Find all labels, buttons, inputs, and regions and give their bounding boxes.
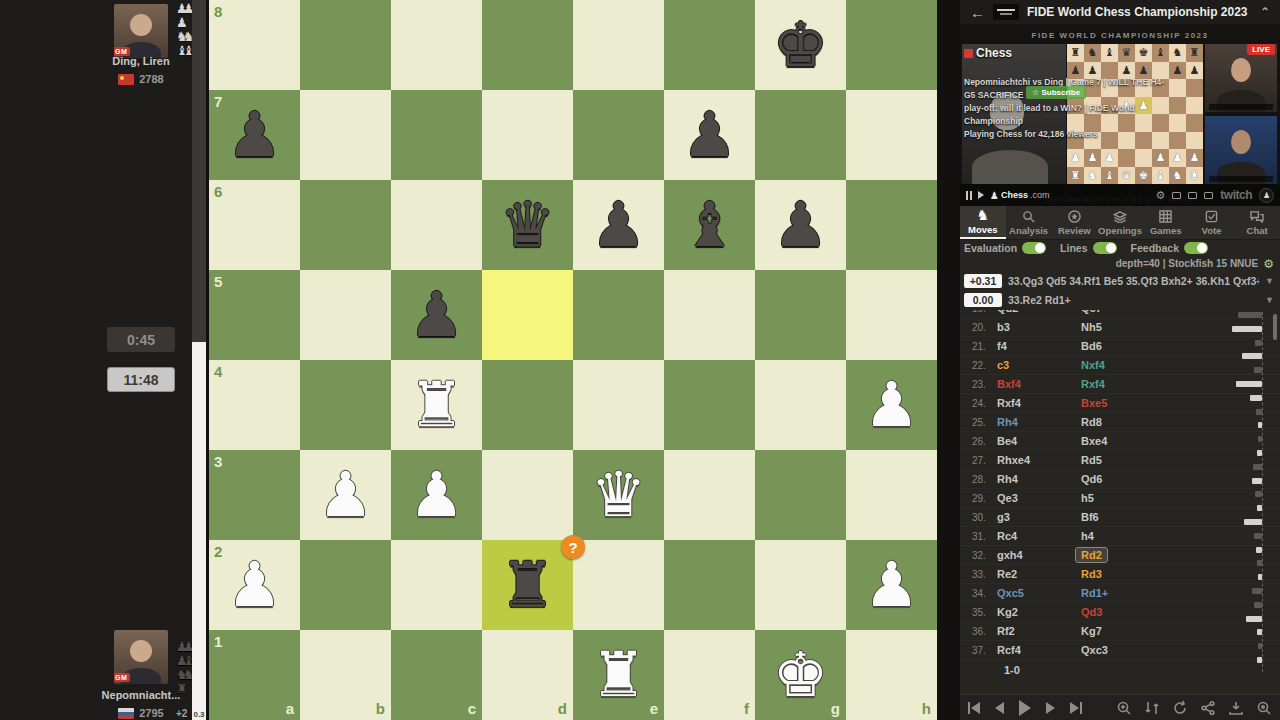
square-d3[interactable] (482, 450, 573, 540)
eval-graph-bar (1254, 367, 1262, 373)
eval-graph-bar (1252, 478, 1262, 484)
square-f8[interactable] (664, 0, 755, 90)
eval-graph-bar (1256, 547, 1262, 553)
move-number: 36. (960, 626, 992, 637)
clock-top: 0:45 (107, 327, 175, 352)
rank-label-4: 4 (214, 363, 222, 380)
toggle-row: Evaluation Lines Feedback (964, 240, 1280, 256)
move-number: 31. (960, 531, 992, 542)
move-white-Rcf4[interactable]: Rcf4 (992, 643, 1026, 657)
explore-icon[interactable] (1256, 700, 1272, 716)
rank-label-3: 3 (214, 453, 222, 470)
move-white-Rc4[interactable]: Rc4 (992, 529, 1022, 543)
eval-graph-bar (1250, 395, 1262, 401)
square-d4[interactable] (482, 360, 573, 450)
file-label-c: c (468, 700, 476, 717)
square-d5[interactable] (482, 270, 573, 360)
feedback-switch[interactable] (1184, 242, 1208, 254)
eval-score-1: +0.31 (964, 274, 1002, 288)
file-label-a: a (286, 700, 294, 717)
square-d6[interactable]: ♛ (482, 180, 573, 270)
white-rook-e1[interactable]: ♜ (573, 630, 664, 720)
square-e6[interactable]: ♟ (573, 180, 664, 270)
evaluation-bar: 0.3 (192, 0, 206, 720)
move-white-Qxc5[interactable]: Qxc5 (992, 586, 1029, 600)
chevron-down-icon[interactable]: ▼ (1265, 276, 1278, 286)
move-black-Rd5[interactable]: Rd5 (1076, 453, 1107, 467)
pause-icon[interactable] (966, 191, 972, 200)
black-king-g8[interactable]: ♚ (755, 0, 846, 90)
gm-badge-bottom: GM (114, 673, 130, 682)
square-b2[interactable] (300, 540, 391, 630)
webcam-column (1205, 44, 1277, 184)
square-c1[interactable]: c (391, 630, 482, 720)
stream-brand-logo: Chess (964, 46, 1012, 60)
tab-analysis[interactable]: Analysis (1006, 206, 1052, 239)
move-number: 19. (960, 310, 992, 314)
lines-switch[interactable] (1093, 242, 1117, 254)
square-g1[interactable]: g♚ (755, 630, 846, 720)
mistake-badge: ? (561, 535, 585, 559)
eval-graph-bar (1257, 505, 1262, 511)
white-pawn-h2[interactable]: ♟ (846, 540, 937, 630)
square-h1[interactable]: h (846, 630, 937, 720)
square-d8[interactable] (482, 0, 573, 90)
white-queen-e3[interactable]: ♛ (573, 450, 664, 540)
move-number: 23. (960, 379, 992, 390)
move-black-h4[interactable]: h4 (1076, 529, 1099, 543)
square-b5[interactable] (300, 270, 391, 360)
move-black-Rd1+[interactable]: Rd1+ (1076, 586, 1113, 600)
move-black-h5[interactable]: h5 (1076, 491, 1099, 505)
move-number: 20. (960, 322, 992, 333)
settings-gear-icon[interactable]: ⚙ (1155, 190, 1165, 201)
move-black-Rd2[interactable]: Rd2 (1076, 548, 1107, 562)
square-a1[interactable]: 1a (209, 630, 300, 720)
square-h3[interactable] (846, 450, 937, 540)
square-h7[interactable] (846, 90, 937, 180)
eval-graph-bar (1254, 533, 1262, 539)
file-label-d: d (558, 700, 567, 717)
move-black-Bxe5[interactable]: Bxe5 (1076, 396, 1112, 410)
theater-icon[interactable] (1188, 192, 1197, 199)
move-white-Be4[interactable]: Be4 (992, 434, 1022, 448)
square-c3[interactable]: ♟ (391, 450, 482, 540)
tab-moves[interactable]: ♞Moves (960, 206, 1006, 239)
square-h5[interactable] (846, 270, 937, 360)
square-e7[interactable] (573, 90, 664, 180)
square-f5[interactable] (664, 270, 755, 360)
move-white-Re2[interactable]: Re2 (992, 567, 1022, 581)
square-b1[interactable]: b (300, 630, 391, 720)
volume-icon[interactable] (978, 191, 984, 199)
engine-info: depth=40 | Stockfish 15 NNUE (1116, 258, 1259, 269)
rank-label-1: 1 (214, 633, 222, 650)
move-white-c3[interactable]: c3 (992, 358, 1014, 372)
black-pawn-c5[interactable]: ♟ (391, 270, 482, 360)
eval-moves-1: 33.Qg3 Qd5 34.Rf1 Be5 35.Qf3 Bxh2+ 36.Kh… (1008, 275, 1259, 287)
square-h6[interactable] (846, 180, 937, 270)
eval-moves-2: 33.Re2 Rd1+ (1008, 294, 1259, 306)
square-e8[interactable] (573, 0, 664, 90)
clock-bottom: 11:48 (107, 367, 175, 392)
square-c6[interactable] (391, 180, 482, 270)
move-black-Qc7[interactable]: Qc7 (1076, 310, 1107, 315)
right-panel: ← FIDE World Chess Championship 2023 ⌃ F… (960, 0, 1280, 720)
square-g8[interactable]: ♚ (755, 0, 846, 90)
zoom-in-icon[interactable] (1116, 700, 1132, 716)
move-white-g3[interactable]: g3 (992, 510, 1015, 524)
square-c5[interactable]: ♟ (391, 270, 482, 360)
square-e2[interactable] (573, 540, 664, 630)
move-number: 29. (960, 493, 992, 504)
black-rook-d2[interactable]: ♜ (482, 540, 573, 630)
stream-title: FIDE World Chess Championship 2023 (1027, 5, 1248, 19)
flag-cn-icon (118, 74, 134, 85)
engine-settings-gear-icon[interactable]: ⚙ (1263, 258, 1274, 270)
eval-graph-bar (1257, 450, 1262, 456)
black-pawn-a7[interactable]: ♟ (209, 90, 300, 180)
eval-graph-bar (1232, 326, 1262, 332)
move-number: 21. (960, 341, 992, 352)
toggle-lines[interactable]: Lines (1060, 242, 1116, 254)
square-e1[interactable]: e♜ (573, 630, 664, 720)
black-queen-d6[interactable]: ♛ (482, 180, 573, 270)
move-black-Kg7[interactable]: Kg7 (1076, 624, 1107, 638)
engine-line-2[interactable]: 0.00 33.Re2 Rd1+ ▼ (964, 291, 1278, 309)
square-h8[interactable] (846, 0, 937, 90)
square-a5[interactable]: 5 (209, 270, 300, 360)
move-number: 25. (960, 417, 992, 428)
engine-line-1[interactable]: +0.31 33.Qg3 Qd5 34.Rf1 Be5 35.Qf3 Bxh2+… (964, 272, 1278, 290)
eval-graph-bar (1258, 422, 1262, 428)
square-e4[interactable] (573, 360, 664, 450)
move-number: 34. (960, 588, 992, 599)
square-g2[interactable] (755, 540, 846, 630)
square-d1[interactable]: d (482, 630, 573, 720)
share-icon[interactable] (1200, 700, 1216, 716)
flag-ru-icon (118, 708, 134, 719)
move-black-Nxf4[interactable]: Nxf4 (1076, 358, 1110, 372)
eval-graph-bar (1246, 616, 1262, 622)
file-label-b: b (376, 700, 385, 717)
eval-graph-bar (1252, 588, 1262, 594)
move-black-Bf6[interactable]: Bf6 (1076, 510, 1104, 524)
video-player[interactable]: FIDE WORLD CHAMPIONSHIP 2023 Chess Nepom… (960, 24, 1280, 206)
square-g4[interactable] (755, 360, 846, 450)
white-rook-c4[interactable]: ♜ (391, 360, 482, 450)
stream-header: ← FIDE World Chess Championship 2023 ⌃ (960, 0, 1280, 24)
move-white-Rhxe4[interactable]: Rhxe4 (992, 453, 1035, 467)
black-pawn-f7[interactable]: ♟ (664, 90, 755, 180)
tab-vote[interactable]: Vote (1189, 206, 1235, 239)
square-f3[interactable] (664, 450, 755, 540)
skip-to-end-button[interactable] (1070, 702, 1082, 714)
white-king-g1[interactable]: ♚ (755, 630, 846, 720)
back-icon[interactable]: ← (970, 5, 985, 20)
move-black-Qd3[interactable]: Qd3 (1076, 605, 1107, 619)
square-f1[interactable]: f (664, 630, 755, 720)
square-g6[interactable]: ♟ (755, 180, 846, 270)
square-d7[interactable] (482, 90, 573, 180)
collapse-chevron-icon[interactable]: ⌃ (1260, 5, 1270, 19)
square-a8[interactable]: 8 (209, 0, 300, 90)
tab-review[interactable]: Review (1051, 206, 1097, 239)
move-black-Qxc3[interactable]: Qxc3 (1076, 643, 1113, 657)
move-number: 24. (960, 398, 992, 409)
chesscom-logo: ♟ Chess.com (990, 190, 1050, 201)
move-number: 30. (960, 512, 992, 523)
navigation-bar (960, 694, 1280, 720)
square-e3[interactable]: ♛ (573, 450, 664, 540)
square-c4[interactable]: ♜ (391, 360, 482, 450)
move-white-gxh4[interactable]: gxh4 (992, 548, 1028, 562)
move-white-f4[interactable]: f4 (992, 339, 1012, 353)
move-white-Qe3[interactable]: Qe3 (992, 491, 1023, 505)
black-bishop-f6[interactable]: ♝ (664, 180, 755, 270)
flip-board-icon[interactable] (1144, 700, 1160, 716)
square-e5[interactable] (573, 270, 664, 360)
video-watermark: FIDE WORLD CHAMPIONSHIP 2023 (960, 31, 1280, 40)
square-g5[interactable] (755, 270, 846, 360)
move-black-Rd3[interactable]: Rd3 (1076, 567, 1107, 581)
eval-graph-bar (1254, 602, 1262, 608)
move-black-Qd6[interactable]: Qd6 (1076, 472, 1107, 486)
move-white-Rf2[interactable]: Rf2 (992, 624, 1020, 638)
move-white-Rh4[interactable]: Rh4 (992, 415, 1023, 429)
scrollbar-thumb[interactable] (1273, 314, 1277, 340)
square-f4[interactable] (664, 360, 755, 450)
next-move-button[interactable] (1046, 702, 1055, 714)
square-c2[interactable] (391, 540, 482, 630)
chesscom-red-icon (964, 49, 973, 58)
square-g3[interactable] (755, 450, 846, 540)
live-badge: LIVE (1247, 44, 1275, 55)
eval-score-2: 0.00 (964, 293, 1002, 307)
eval-graph-bar (1256, 409, 1262, 415)
square-f2[interactable] (664, 540, 755, 630)
avatar-bottom-player[interactable]: GM (114, 630, 168, 684)
evaluation-switch[interactable] (1022, 242, 1046, 254)
square-b7[interactable] (300, 90, 391, 180)
toggle-evaluation[interactable]: Evaluation (964, 242, 1046, 254)
square-a2[interactable]: 2♟ (209, 540, 300, 630)
play-button[interactable] (1019, 700, 1031, 716)
square-g7[interactable] (755, 90, 846, 180)
eval-graph-bar (1257, 560, 1262, 566)
event-logo (993, 4, 1019, 20)
tab-games[interactable]: Games (1143, 206, 1189, 239)
move-white-Qd2[interactable]: Qd2 (992, 310, 1023, 315)
eval-graph-bar (1257, 629, 1262, 635)
tab-openings[interactable]: Openings (1097, 206, 1143, 239)
evaluation-bar-white (192, 342, 206, 720)
square-f6[interactable]: ♝ (664, 180, 755, 270)
avatar-photo (130, 14, 152, 36)
chess-board[interactable]: 8♚7♟♟6♛♟♝♟5♟4♜♟3♟♟♛2♟♜?♟1abcde♜fg♚h (209, 0, 937, 720)
avatar-top-player[interactable]: GM (114, 4, 168, 58)
fullscreen-icon[interactable] (1204, 192, 1213, 199)
skip-to-start-button[interactable] (968, 702, 980, 714)
video-controls: ♟ Chess.com ⚙ twitch ♟ (960, 184, 1280, 206)
left-sidebar: GM ♟♟♟♞♞♝♝ Ding, Liren 2788 0:45 11:48 G… (0, 0, 192, 720)
move-number: 26. (960, 436, 992, 447)
evaluation-value: 0.3 (192, 710, 206, 719)
download-icon[interactable] (1228, 700, 1244, 716)
game-result: 1-0 (960, 664, 1020, 676)
move-number: 22. (960, 360, 992, 371)
move-white-Rh4[interactable]: Rh4 (992, 472, 1023, 486)
square-b6[interactable] (300, 180, 391, 270)
move-number: 37. (960, 645, 992, 656)
move-number: 35. (960, 607, 992, 618)
subscribe-button[interactable]: ☆ Subscribe (1026, 86, 1086, 99)
move-black-Bd6[interactable]: Bd6 (1076, 339, 1107, 353)
eval-graph-bar (1244, 519, 1262, 525)
move-eval-graph (1227, 312, 1263, 672)
white-pawn-a2[interactable]: ♟ (209, 540, 300, 630)
move-black-Nh5[interactable]: Nh5 (1076, 320, 1107, 334)
rating-top: 2788 (139, 73, 163, 85)
square-c8[interactable] (391, 0, 482, 90)
move-number: 32. (960, 550, 992, 561)
eval-graph-bar (1253, 464, 1262, 470)
white-pawn-h4[interactable]: ♟ (846, 360, 937, 450)
avatar-photo (130, 640, 152, 662)
engine-info-row: depth=40 | Stockfish 15 NNUE ⚙ (960, 257, 1274, 270)
square-h4[interactable]: ♟ (846, 360, 937, 450)
square-d2[interactable]: ♜? (482, 540, 573, 630)
move-black-Rxf4[interactable]: Rxf4 (1076, 377, 1110, 391)
move-black-Bxe4[interactable]: Bxe4 (1076, 434, 1112, 448)
move-white-Kg2[interactable]: Kg2 (992, 605, 1023, 619)
white-pawn-c3[interactable]: ♟ (391, 450, 482, 540)
file-label-f: f (744, 700, 749, 717)
square-a3[interactable]: 3 (209, 450, 300, 540)
move-number: 28. (960, 474, 992, 485)
black-pawn-g6[interactable]: ♟ (755, 180, 846, 270)
square-b8[interactable] (300, 0, 391, 90)
pawn-icon: ♟ (990, 190, 999, 201)
square-a4[interactable]: 4 (209, 360, 300, 450)
file-label-h: h (922, 700, 931, 717)
square-a6[interactable]: 6 (209, 180, 300, 270)
eval-graph-bar (1258, 574, 1262, 580)
eval-graph-bar (1236, 381, 1262, 387)
twitch-logo: twitch (1220, 188, 1252, 202)
move-white-Bxf4[interactable]: Bxf4 (992, 377, 1026, 391)
black-pawn-e6[interactable]: ♟ (573, 180, 664, 270)
white-pawn-b3[interactable]: ♟ (300, 450, 391, 540)
eval-graph-bar (1258, 436, 1262, 442)
eval-graph-bar (1257, 657, 1262, 663)
toggle-feedback[interactable]: Feedback (1131, 242, 1208, 254)
stream-avatar-icon[interactable]: ♟ (1259, 188, 1274, 203)
square-a7[interactable]: 7♟ (209, 90, 300, 180)
move-number: 33. (960, 569, 992, 580)
move-black-Rd8[interactable]: Rd8 (1076, 415, 1107, 429)
refresh-icon[interactable] (1172, 700, 1188, 716)
webcam-bottom (1205, 116, 1277, 184)
square-c7[interactable] (391, 90, 482, 180)
rank-label-5: 5 (214, 273, 222, 290)
chevron-down-icon[interactable]: ▼ (1265, 295, 1278, 305)
rank-label-8: 8 (214, 3, 222, 20)
eval-graph-bar (1255, 340, 1262, 346)
tab-chat[interactable]: Chat (1234, 206, 1280, 239)
tab-bar: ♞MovesAnalysisReviewOpeningsGamesVoteCha… (960, 206, 1280, 240)
pip-icon[interactable] (1172, 192, 1181, 199)
move-number: 27. (960, 455, 992, 466)
eval-graph-bar (1258, 643, 1262, 649)
rank-label-6: 6 (214, 183, 222, 200)
rating-bottom: 2795 (139, 707, 163, 719)
square-b4[interactable] (300, 360, 391, 450)
move-white-Rxf4[interactable]: Rxf4 (992, 396, 1026, 410)
previous-move-button[interactable] (995, 702, 1004, 714)
eval-graph-bar (1242, 353, 1262, 359)
eval-graph-bar (1255, 491, 1262, 497)
square-f7[interactable]: ♟ (664, 90, 755, 180)
square-b3[interactable]: ♟ (300, 450, 391, 540)
move-white-b3[interactable]: b3 (992, 320, 1015, 334)
eval-graph-bar (1238, 312, 1262, 318)
square-h2[interactable]: ♟ (846, 540, 937, 630)
